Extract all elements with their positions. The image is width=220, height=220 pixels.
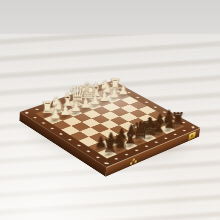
chess-board-box: ♜♞♝♛♚♝♞♜♟♟♟♟♟♟♟♟♟♟♟♟♟♟♟♟♜♞♝♛♚♝♞♜ xyxy=(20,81,200,168)
photo-canvas: ♜♞♝♛♚♝♞♜♟♟♟♟♟♟♟♟♟♟♟♟♟♟♟♟♜♞♝♛♚♝♞♜ xyxy=(0,0,220,220)
black-rook: ♜ xyxy=(84,138,137,155)
white-pawn: ♟ xyxy=(31,107,81,121)
brass-latch xyxy=(188,132,196,141)
board-top-face: ♜♞♝♛♚♝♞♜♟♟♟♟♟♟♟♟♟♟♟♟♟♟♟♟♜♞♝♛♚♝♞♜ xyxy=(20,81,200,168)
scene-3d: ♜♞♝♛♚♝♞♜♟♟♟♟♟♟♟♟♟♟♟♟♟♟♟♟♜♞♝♛♚♝♞♜ xyxy=(0,0,220,220)
brass-ornament-icon xyxy=(130,157,138,167)
